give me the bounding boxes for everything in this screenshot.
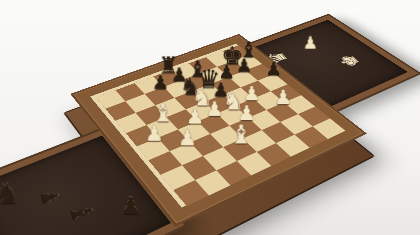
black-pawn-c7: ♟ — [147, 67, 173, 98]
chess-box: ♞♟♝♟ ♛♟♚ ♜♟♟♝♚♝♞♛♟♟♝♞♟♟♟♟♟♞♟♟♟♟♝ — [70, 34, 367, 227]
white-bishop-d2: ♝ — [226, 117, 255, 152]
chess-set-photo: ♞♟♝♟ ♛♟♚ ♜♟♟♝♚♝♞♛♟♟♝♞♟♟♟♟♟♞♟♟♟♟♝ — [0, 0, 420, 235]
captured-white-king-lying: ♚ — [332, 52, 368, 70]
captured-white-pawn-standing: ♟ — [299, 30, 322, 58]
captured-black-knight: ♞ — [0, 175, 23, 212]
perspective-stage: ♞♟♝♟ ♛♟♚ ♜♟♟♝♚♝♞♛♟♟♝♞♟♟♟♟♟♞♟♟♟♟♝ — [0, 0, 420, 235]
white-pawn-b3: ♟ — [172, 121, 201, 156]
white-pawn-a4: ♟ — [139, 117, 168, 152]
captured-black-pawn-standing: ♟ — [115, 188, 147, 226]
white-pawn-g3: ♟ — [269, 82, 296, 114]
